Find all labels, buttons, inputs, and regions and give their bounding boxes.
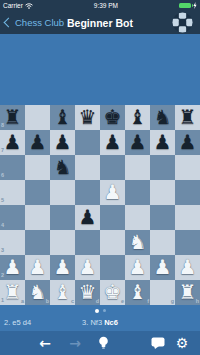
square-c8[interactable]: ♝ — [50, 105, 75, 130]
black-pawn[interactable]: ♟ — [125, 130, 150, 155]
square-h1[interactable]: ♜h — [175, 280, 200, 305]
square-f1[interactable]: ♝f — [125, 280, 150, 305]
black-queen[interactable]: ♛ — [75, 105, 100, 130]
square-c7[interactable]: ♟ — [50, 130, 75, 155]
file-label-e: e — [121, 299, 124, 305]
bottom-toolbar: ← → ⚙ — [0, 331, 200, 355]
square-h7[interactable]: ♟ — [175, 130, 200, 155]
file-label-h: h — [196, 299, 199, 305]
square-b7[interactable]: ♟ — [25, 130, 50, 155]
page-dot-active[interactable] — [95, 309, 99, 313]
back-chevron-icon — [4, 18, 14, 28]
white-pawn[interactable]: ♟ — [75, 255, 100, 280]
file-label-d: d — [96, 299, 99, 305]
square-a5[interactable]: 5 — [0, 180, 25, 205]
square-f4[interactable] — [125, 205, 150, 230]
square-f3[interactable]: ♞ — [125, 230, 150, 255]
square-c1[interactable]: ♝c — [50, 280, 75, 305]
square-g8[interactable]: ♞ — [150, 105, 175, 130]
battery-icon — [179, 3, 191, 8]
square-g1[interactable]: g — [150, 280, 175, 305]
background-spacer — [0, 34, 200, 105]
square-b5[interactable] — [25, 180, 50, 205]
white-pawn[interactable]: ♟ — [175, 255, 200, 280]
black-pawn[interactable]: ♟ — [75, 205, 100, 230]
white-knight[interactable]: ♞ — [125, 230, 150, 255]
bot-wheel-icon[interactable] — [171, 11, 194, 34]
previous-moves-label: 2. e5 d4 — [4, 318, 31, 327]
square-g6[interactable] — [150, 155, 175, 180]
back-button-label: Chess Club — [15, 17, 64, 28]
white-pawn[interactable]: ♟ — [125, 255, 150, 280]
square-e8[interactable]: ♚ — [100, 105, 125, 130]
square-a1[interactable]: ♜1a — [0, 280, 25, 305]
square-d4[interactable]: ♟ — [75, 205, 100, 230]
square-e5[interactable]: ♟ — [100, 180, 125, 205]
black-pawn[interactable]: ♟ — [25, 130, 50, 155]
rank-label-8: 8 — [1, 123, 4, 129]
hint-button[interactable] — [91, 331, 115, 355]
chat-bubble-icon — [151, 337, 165, 349]
square-b2[interactable]: ♟ — [25, 255, 50, 280]
square-g4[interactable] — [150, 205, 175, 230]
square-d1[interactable]: ♛d — [75, 280, 100, 305]
square-b3[interactable] — [25, 230, 50, 255]
square-h6[interactable] — [175, 155, 200, 180]
square-b8[interactable] — [25, 105, 50, 130]
file-label-f: f — [147, 299, 149, 305]
file-label-a: a — [21, 299, 24, 305]
square-e2[interactable] — [100, 255, 125, 280]
square-h4[interactable] — [175, 205, 200, 230]
white-pawn[interactable]: ♟ — [50, 255, 75, 280]
square-g5[interactable] — [150, 180, 175, 205]
square-h5[interactable] — [175, 180, 200, 205]
black-pawn[interactable]: ♟ — [150, 130, 175, 155]
square-a4[interactable]: 4 — [0, 205, 25, 230]
page-dot-inactive[interactable] — [103, 309, 106, 312]
square-d8[interactable]: ♛ — [75, 105, 100, 130]
square-c2[interactable]: ♟ — [50, 255, 75, 280]
black-knight[interactable]: ♞ — [150, 105, 175, 130]
move-list-bar: 2. e5 d4 3. Nf3 Nc6 — [0, 316, 200, 331]
black-king[interactable]: ♚ — [100, 105, 125, 130]
settings-gear-icon: ⚙ — [176, 331, 189, 355]
square-a7[interactable]: ♟7 — [0, 130, 25, 155]
square-d5[interactable] — [75, 180, 100, 205]
file-label-g: g — [171, 299, 174, 305]
square-d7[interactable] — [75, 130, 100, 155]
square-e6[interactable] — [100, 155, 125, 180]
file-label-c: c — [71, 299, 74, 305]
navigation-bar: Beginner Bot Chess Club — [0, 11, 200, 34]
current-move-label: 3. Nf3 Nc6 — [82, 318, 118, 327]
carrier-label: Carrier — [3, 2, 23, 9]
back-move-button[interactable]: ← — [33, 331, 57, 355]
rank-label-2: 2 — [1, 273, 4, 279]
charging-bolt-icon — [193, 2, 197, 9]
square-g7[interactable]: ♟ — [150, 130, 175, 155]
clock-label: 9:39 PM — [94, 2, 118, 9]
square-c4[interactable] — [50, 205, 75, 230]
square-c5[interactable] — [50, 180, 75, 205]
wifi-icon — [25, 3, 33, 9]
square-a2[interactable]: ♟2 — [0, 255, 25, 280]
page-dots[interactable] — [0, 305, 200, 316]
forward-arrow-icon: → — [69, 331, 81, 355]
chess-app-screen: Carrier 9:39 PM Beginner Bot Chess Club — [0, 0, 200, 355]
square-d6[interactable] — [75, 155, 100, 180]
rank-label-5: 5 — [1, 198, 4, 204]
chess-board: ♜8♝♛♚♝♞♜♟7♟♟♟♟♟♟6♞5♟4♟3♞♟2♟♟♟♟♟♟♜1a♞b♝c♛… — [0, 105, 200, 305]
black-pawn[interactable]: ♟ — [50, 130, 75, 155]
square-h3[interactable] — [175, 230, 200, 255]
black-bishop[interactable]: ♝ — [50, 105, 75, 130]
square-g3[interactable] — [150, 230, 175, 255]
square-f8[interactable]: ♝ — [125, 105, 150, 130]
black-pawn[interactable]: ♟ — [175, 130, 200, 155]
highlighted-move: Nc6 — [104, 318, 118, 327]
rank-label-7: 7 — [1, 148, 4, 154]
back-button[interactable]: Chess Club — [4, 17, 64, 28]
rank-label-3: 3 — [1, 248, 4, 254]
square-e7[interactable]: ♟ — [100, 130, 125, 155]
square-a6[interactable]: 6 — [0, 155, 25, 180]
square-h2[interactable]: ♟ — [175, 255, 200, 280]
forward-move-button[interactable]: → — [63, 331, 87, 355]
square-e4[interactable] — [100, 205, 125, 230]
square-e1[interactable]: ♚e — [100, 280, 125, 305]
square-e3[interactable] — [100, 230, 125, 255]
square-d3[interactable] — [75, 230, 100, 255]
black-pawn[interactable]: ♟ — [100, 130, 125, 155]
rank-label-1: 1 — [1, 298, 4, 304]
square-f7[interactable]: ♟ — [125, 130, 150, 155]
square-b1[interactable]: ♞b — [25, 280, 50, 305]
square-a8[interactable]: ♜8 — [0, 105, 25, 130]
settings-button[interactable]: ⚙ — [170, 331, 194, 355]
square-h8[interactable]: ♜ — [175, 105, 200, 130]
back-arrow-icon: ← — [39, 331, 51, 355]
square-c6[interactable]: ♞ — [50, 155, 75, 180]
square-g2[interactable]: ♟ — [150, 255, 175, 280]
square-f6[interactable] — [125, 155, 150, 180]
status-bar: Carrier 9:39 PM — [0, 0, 200, 11]
white-pawn[interactable]: ♟ — [25, 255, 50, 280]
white-pawn[interactable]: ♟ — [100, 180, 125, 205]
black-bishop[interactable]: ♝ — [125, 105, 150, 130]
square-b6[interactable] — [25, 155, 50, 180]
rank-label-6: 6 — [1, 173, 4, 179]
square-d2[interactable]: ♟ — [75, 255, 100, 280]
hint-bulb-icon — [98, 336, 109, 350]
square-a3[interactable]: 3 — [0, 230, 25, 255]
file-label-b: b — [46, 299, 49, 305]
black-rook[interactable]: ♜ — [175, 105, 200, 130]
square-c3[interactable] — [50, 230, 75, 255]
white-pawn[interactable]: ♟ — [150, 255, 175, 280]
rank-label-4: 4 — [1, 223, 4, 229]
square-f2[interactable]: ♟ — [125, 255, 150, 280]
chat-button[interactable] — [146, 331, 170, 355]
square-b4[interactable] — [25, 205, 50, 230]
black-knight[interactable]: ♞ — [50, 155, 75, 180]
square-f5[interactable] — [125, 180, 150, 205]
